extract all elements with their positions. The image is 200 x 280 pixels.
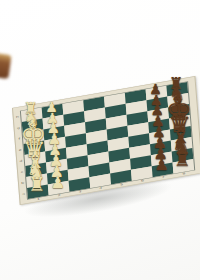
file-label: d [17,159,25,163]
rank-label: 4 [97,186,105,190]
chess-set-photo: 12345678hgfedcba ♜♟♟♜♞♟♟♞♝♟♟♝♚♟♟♚♛♟♟♛♝♟♟… [0,0,200,280]
file-label: e [16,148,24,152]
rank-label: 8 [180,172,188,176]
rank-label: 2 [55,193,63,197]
rank-label: 5 [118,183,126,187]
rank-label: 7 [159,175,167,179]
file-label: c [18,170,26,174]
rank-label: 3 [76,190,84,194]
background-object [0,53,12,79]
file-label: b [19,181,27,185]
file-label: f [15,137,23,141]
rank-label: 6 [139,179,147,183]
rank-label: 1 [35,197,43,201]
file-label: a [20,192,28,196]
file-label: h [14,115,22,119]
file-label: g [15,126,23,130]
